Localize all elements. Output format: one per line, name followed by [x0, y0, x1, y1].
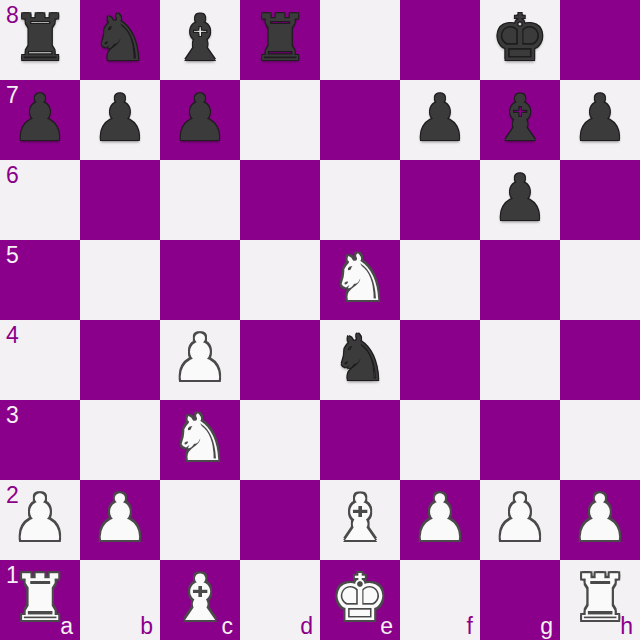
square-g3[interactable] [480, 400, 560, 480]
square-g7[interactable]: ♝ [480, 80, 560, 160]
rank-label-5: 5 [6, 244, 19, 267]
piece-white-knight[interactable]: ♞ [320, 240, 400, 320]
piece-white-pawn[interactable]: ♟ [480, 480, 560, 560]
square-e5[interactable]: ♞ [320, 240, 400, 320]
piece-black-bishop[interactable]: ♝ [160, 0, 240, 80]
file-label-d: d [300, 615, 313, 638]
square-b4[interactable] [80, 320, 160, 400]
square-a3[interactable]: 3 [0, 400, 80, 480]
piece-white-rook[interactable]: ♜ [560, 560, 640, 640]
rank-label-6: 6 [6, 164, 19, 187]
piece-white-pawn[interactable]: ♟ [80, 480, 160, 560]
square-a1[interactable]: 1a♜ [0, 560, 80, 640]
square-c3[interactable]: ♞ [160, 400, 240, 480]
square-c2[interactable] [160, 480, 240, 560]
square-f1[interactable]: f [400, 560, 480, 640]
piece-black-pawn[interactable]: ♟ [480, 160, 560, 240]
square-f8[interactable] [400, 0, 480, 80]
square-a6[interactable]: 6 [0, 160, 80, 240]
file-label-g: g [540, 615, 553, 638]
piece-black-pawn[interactable]: ♟ [80, 80, 160, 160]
square-b6[interactable] [80, 160, 160, 240]
square-c1[interactable]: c♝ [160, 560, 240, 640]
file-label-b: b [140, 615, 153, 638]
piece-black-bishop[interactable]: ♝ [480, 80, 560, 160]
piece-black-king[interactable]: ♚ [480, 0, 560, 80]
piece-white-pawn[interactable]: ♟ [0, 480, 80, 560]
square-e7[interactable] [320, 80, 400, 160]
square-b7[interactable]: ♟ [80, 80, 160, 160]
piece-black-rook[interactable]: ♜ [240, 0, 320, 80]
square-f5[interactable] [400, 240, 480, 320]
square-g6[interactable]: ♟ [480, 160, 560, 240]
square-c5[interactable] [160, 240, 240, 320]
piece-black-knight[interactable]: ♞ [80, 0, 160, 80]
square-c7[interactable]: ♟ [160, 80, 240, 160]
square-f6[interactable] [400, 160, 480, 240]
piece-white-pawn[interactable]: ♟ [560, 480, 640, 560]
square-h4[interactable] [560, 320, 640, 400]
piece-black-rook[interactable]: ♜ [0, 0, 80, 80]
square-b3[interactable] [80, 400, 160, 480]
square-g5[interactable] [480, 240, 560, 320]
square-c6[interactable] [160, 160, 240, 240]
square-d1[interactable]: d [240, 560, 320, 640]
square-d4[interactable] [240, 320, 320, 400]
piece-black-knight[interactable]: ♞ [320, 320, 400, 400]
piece-black-pawn[interactable]: ♟ [400, 80, 480, 160]
square-h3[interactable] [560, 400, 640, 480]
square-e3[interactable] [320, 400, 400, 480]
square-f4[interactable] [400, 320, 480, 400]
square-e8[interactable] [320, 0, 400, 80]
rank-label-4: 4 [6, 324, 19, 347]
square-g4[interactable] [480, 320, 560, 400]
piece-black-pawn[interactable]: ♟ [160, 80, 240, 160]
square-d3[interactable] [240, 400, 320, 480]
square-e1[interactable]: e♚ [320, 560, 400, 640]
square-f3[interactable] [400, 400, 480, 480]
square-a8[interactable]: 8♜ [0, 0, 80, 80]
square-d2[interactable] [240, 480, 320, 560]
piece-white-pawn[interactable]: ♟ [160, 320, 240, 400]
square-g8[interactable]: ♚ [480, 0, 560, 80]
square-h7[interactable]: ♟ [560, 80, 640, 160]
square-b1[interactable]: b [80, 560, 160, 640]
square-c4[interactable]: ♟ [160, 320, 240, 400]
piece-white-king[interactable]: ♚ [320, 560, 400, 640]
square-e2[interactable]: ♝ [320, 480, 400, 560]
square-h1[interactable]: h♜ [560, 560, 640, 640]
square-h5[interactable] [560, 240, 640, 320]
square-g1[interactable]: g [480, 560, 560, 640]
piece-white-pawn[interactable]: ♟ [400, 480, 480, 560]
square-f2[interactable]: ♟ [400, 480, 480, 560]
square-a7[interactable]: 7♟ [0, 80, 80, 160]
square-a2[interactable]: 2♟ [0, 480, 80, 560]
square-e6[interactable] [320, 160, 400, 240]
file-label-f: f [467, 615, 473, 638]
piece-white-rook[interactable]: ♜ [0, 560, 80, 640]
square-c8[interactable]: ♝ [160, 0, 240, 80]
square-a4[interactable]: 4 [0, 320, 80, 400]
piece-black-pawn[interactable]: ♟ [560, 80, 640, 160]
chess-board: 8♜♞♝♜♚7♟♟♟♟♝♟6♟5♞4♟♞3♞2♟♟♝♟♟♟1a♜bc♝de♚fg… [0, 0, 640, 640]
square-g2[interactable]: ♟ [480, 480, 560, 560]
piece-white-knight[interactable]: ♞ [160, 400, 240, 480]
rank-label-3: 3 [6, 404, 19, 427]
square-d8[interactable]: ♜ [240, 0, 320, 80]
square-b2[interactable]: ♟ [80, 480, 160, 560]
square-h6[interactable] [560, 160, 640, 240]
square-b5[interactable] [80, 240, 160, 320]
square-b8[interactable]: ♞ [80, 0, 160, 80]
piece-white-bishop[interactable]: ♝ [160, 560, 240, 640]
square-d7[interactable] [240, 80, 320, 160]
square-h2[interactable]: ♟ [560, 480, 640, 560]
square-d6[interactable] [240, 160, 320, 240]
square-h8[interactable] [560, 0, 640, 80]
square-a5[interactable]: 5 [0, 240, 80, 320]
square-d5[interactable] [240, 240, 320, 320]
piece-white-bishop[interactable]: ♝ [320, 480, 400, 560]
square-f7[interactable]: ♟ [400, 80, 480, 160]
piece-black-pawn[interactable]: ♟ [0, 80, 80, 160]
square-e4[interactable]: ♞ [320, 320, 400, 400]
